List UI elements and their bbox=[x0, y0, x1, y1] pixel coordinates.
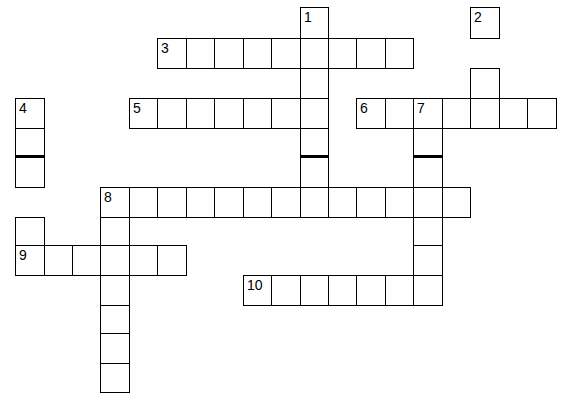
crossword-cell-r4c8[interactable] bbox=[214, 98, 244, 129]
crossword-cell-r4c7[interactable] bbox=[186, 98, 215, 129]
crossword-cell-r4c18[interactable] bbox=[499, 98, 528, 129]
crossword-cell-r7c11[interactable] bbox=[300, 187, 329, 218]
crossword-cell-r4c17[interactable] bbox=[470, 98, 500, 129]
crossword-cell-r7c4[interactable]: 8 bbox=[100, 187, 130, 218]
crossword-cell-r4c14[interactable] bbox=[385, 98, 414, 129]
crossword-cell-r10c14[interactable] bbox=[385, 275, 414, 306]
crossword-cell-r4c19[interactable] bbox=[527, 98, 557, 129]
crossword-cell-r7c15[interactable] bbox=[413, 187, 443, 218]
crossword-cell-r10c12[interactable] bbox=[328, 275, 357, 306]
crossword-cell-r4c13[interactable]: 6 bbox=[356, 98, 386, 129]
crossword-cell-r13c4[interactable] bbox=[100, 363, 130, 393]
crossword-cell-r2c12[interactable] bbox=[328, 38, 357, 69]
crossword-cell-r9c1[interactable]: 9 bbox=[15, 245, 45, 276]
crossword-cell-r5c1[interactable] bbox=[15, 128, 45, 158]
crossword-cell-r5c15[interactable] bbox=[413, 128, 443, 158]
crossword-cell-r5c11[interactable] bbox=[300, 128, 329, 158]
crossword-cell-r9c5[interactable] bbox=[129, 245, 158, 276]
clue-number-3: 3 bbox=[158, 39, 186, 56]
crossword-cell-r6c15[interactable] bbox=[413, 157, 443, 188]
crossword-cell-r7c5[interactable] bbox=[129, 187, 158, 218]
crossword-cell-r7c9[interactable] bbox=[243, 187, 272, 218]
crossword-cell-r6c11[interactable] bbox=[300, 157, 329, 188]
crossword-cell-r4c9[interactable] bbox=[243, 98, 272, 129]
crossword-cell-r9c2[interactable] bbox=[44, 245, 73, 276]
crossword-cell-r3c11[interactable] bbox=[300, 68, 329, 99]
crossword-cell-r3c17[interactable] bbox=[470, 68, 500, 99]
clue-number-7: 7 bbox=[414, 99, 442, 116]
crossword-cell-r7c12[interactable] bbox=[328, 187, 357, 218]
crossword-cell-r4c5[interactable]: 5 bbox=[129, 98, 158, 129]
clue-number-10: 10 bbox=[244, 276, 271, 293]
crossword-cell-r10c4[interactable] bbox=[100, 275, 130, 306]
clue-number-4: 4 bbox=[16, 99, 44, 116]
crossword-cell-r7c6[interactable] bbox=[157, 187, 187, 218]
crossword-cell-r9c15[interactable] bbox=[413, 245, 443, 276]
crossword-cell-r4c16[interactable] bbox=[442, 98, 471, 129]
clue-number-2: 2 bbox=[471, 8, 499, 25]
crossword-cell-r2c6[interactable]: 3 bbox=[157, 38, 187, 69]
crossword-cell-r8c1[interactable] bbox=[15, 217, 45, 246]
crossword-cell-r7c14[interactable] bbox=[385, 187, 414, 218]
crossword-cell-r4c1[interactable]: 4 bbox=[15, 98, 45, 129]
crossword-cell-r4c10[interactable] bbox=[271, 98, 301, 129]
crossword-cell-r2c8[interactable] bbox=[214, 38, 244, 69]
crossword-cell-r11c4[interactable] bbox=[100, 305, 130, 334]
crossword-cell-r4c6[interactable] bbox=[157, 98, 187, 129]
clue-number-5: 5 bbox=[130, 99, 157, 116]
crossword-cell-r1c11[interactable]: 1 bbox=[300, 7, 329, 39]
crossword-cell-r9c6[interactable] bbox=[157, 245, 187, 276]
crossword-cell-r2c9[interactable] bbox=[243, 38, 272, 69]
crossword-cell-r2c13[interactable] bbox=[356, 38, 386, 69]
crossword-cell-r7c16[interactable] bbox=[442, 187, 471, 218]
crossword-cell-r8c15[interactable] bbox=[413, 217, 443, 246]
crossword-cell-r2c7[interactable] bbox=[186, 38, 215, 69]
crossword-cell-r4c15[interactable]: 7 bbox=[413, 98, 443, 129]
crossword-cell-r4c11[interactable] bbox=[300, 98, 329, 129]
crossword-cell-r9c3[interactable] bbox=[72, 245, 101, 276]
crossword-cell-r9c4[interactable] bbox=[100, 245, 130, 276]
clue-number-8: 8 bbox=[101, 188, 129, 205]
crossword-cell-r1c17[interactable]: 2 bbox=[470, 7, 500, 39]
crossword-cell-r7c8[interactable] bbox=[214, 187, 244, 218]
crossword-cell-r7c10[interactable] bbox=[271, 187, 301, 218]
clue-number-1: 1 bbox=[301, 8, 328, 25]
crossword-cell-r10c11[interactable] bbox=[300, 275, 329, 306]
crossword-cell-r10c10[interactable] bbox=[271, 275, 301, 306]
crossword-cell-r2c11[interactable] bbox=[300, 38, 329, 69]
crossword-cell-r7c13[interactable] bbox=[356, 187, 386, 218]
crossword-cell-r8c4[interactable] bbox=[100, 217, 130, 246]
crossword-cell-r6c1[interactable] bbox=[15, 157, 45, 188]
crossword-cell-r2c10[interactable] bbox=[271, 38, 301, 69]
clue-number-9: 9 bbox=[16, 246, 44, 263]
crossword-cell-r10c15[interactable] bbox=[413, 275, 443, 306]
crossword-cell-r2c14[interactable] bbox=[385, 38, 414, 69]
clue-number-6: 6 bbox=[357, 99, 385, 116]
crossword-cell-r10c13[interactable] bbox=[356, 275, 386, 306]
crossword-board: 12345678910 bbox=[0, 0, 568, 409]
crossword-cell-r10c9[interactable]: 10 bbox=[243, 275, 272, 306]
crossword-cell-r12c4[interactable] bbox=[100, 333, 130, 364]
crossword-cell-r7c7[interactable] bbox=[186, 187, 215, 218]
